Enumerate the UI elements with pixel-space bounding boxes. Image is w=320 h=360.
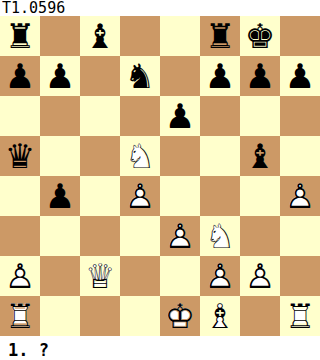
white-pawn-piece-fill: ♟ xyxy=(120,176,160,216)
square-g6[interactable] xyxy=(240,96,280,136)
black-pawn-piece: ♟ xyxy=(0,56,40,96)
square-d7[interactable]: ♞ xyxy=(120,56,160,96)
square-f2[interactable]: ♟♙ xyxy=(200,256,240,296)
black-pawn-piece: ♟ xyxy=(240,56,280,96)
square-a2[interactable]: ♟♙ xyxy=(0,256,40,296)
square-g2[interactable]: ♟♙ xyxy=(240,256,280,296)
white-king-piece: ♔ xyxy=(160,296,200,336)
square-h2[interactable] xyxy=(280,256,320,296)
square-g7[interactable]: ♟ xyxy=(240,56,280,96)
square-b2[interactable] xyxy=(40,256,80,296)
square-h4[interactable]: ♟♙ xyxy=(280,176,320,216)
square-h7[interactable]: ♟ xyxy=(280,56,320,96)
square-d8[interactable] xyxy=(120,16,160,56)
white-knight-piece: ♘ xyxy=(200,216,240,256)
white-pawn-piece: ♙ xyxy=(120,176,160,216)
black-king-piece: ♚ xyxy=(240,16,280,56)
black-knight-piece: ♞ xyxy=(120,56,160,96)
white-knight-piece-fill: ♞ xyxy=(120,136,160,176)
square-d3[interactable] xyxy=(120,216,160,256)
square-h3[interactable] xyxy=(280,216,320,256)
white-pawn-piece-fill: ♟ xyxy=(200,256,240,296)
black-rook-piece: ♜ xyxy=(200,16,240,56)
square-g5[interactable]: ♝ xyxy=(240,136,280,176)
square-d2[interactable] xyxy=(120,256,160,296)
black-pawn-piece: ♟ xyxy=(200,56,240,96)
white-pawn-piece: ♙ xyxy=(240,256,280,296)
square-g8[interactable]: ♚ xyxy=(240,16,280,56)
white-pawn-piece-fill: ♟ xyxy=(160,216,200,256)
position-id-label: T1.0596 xyxy=(0,0,320,16)
square-f6[interactable] xyxy=(200,96,240,136)
chess-puzzle-window: T1.0596 ♜♝♜♚♟♟♞♟♟♟♟♛♞♘♝♟♟♙♟♙♟♙♞♘♟♙♛♕♟♙♟♙… xyxy=(0,0,320,360)
square-d6[interactable] xyxy=(120,96,160,136)
white-rook-piece-fill: ♜ xyxy=(280,296,320,336)
white-bishop-piece: ♗ xyxy=(200,296,240,336)
square-c6[interactable] xyxy=(80,96,120,136)
black-pawn-piece: ♟ xyxy=(160,96,200,136)
white-pawn-piece-fill: ♟ xyxy=(240,256,280,296)
square-f8[interactable]: ♜ xyxy=(200,16,240,56)
square-b7[interactable]: ♟ xyxy=(40,56,80,96)
square-c7[interactable] xyxy=(80,56,120,96)
black-queen-piece: ♛ xyxy=(0,136,40,176)
square-b5[interactable] xyxy=(40,136,80,176)
square-d1[interactable] xyxy=(120,296,160,336)
square-b8[interactable] xyxy=(40,16,80,56)
square-h5[interactable] xyxy=(280,136,320,176)
square-e1[interactable]: ♚♔ xyxy=(160,296,200,336)
white-pawn-piece: ♙ xyxy=(200,256,240,296)
white-pawn-piece: ♙ xyxy=(0,256,40,296)
black-pawn-piece: ♟ xyxy=(40,176,80,216)
square-f4[interactable] xyxy=(200,176,240,216)
square-h6[interactable] xyxy=(280,96,320,136)
square-f7[interactable]: ♟ xyxy=(200,56,240,96)
square-a7[interactable]: ♟ xyxy=(0,56,40,96)
square-e4[interactable] xyxy=(160,176,200,216)
square-h8[interactable] xyxy=(280,16,320,56)
black-pawn-piece: ♟ xyxy=(40,56,80,96)
white-rook-piece: ♖ xyxy=(280,296,320,336)
square-a1[interactable]: ♜♖ xyxy=(0,296,40,336)
square-f3[interactable]: ♞♘ xyxy=(200,216,240,256)
square-e7[interactable] xyxy=(160,56,200,96)
square-b4[interactable]: ♟ xyxy=(40,176,80,216)
white-pawn-piece: ♙ xyxy=(160,216,200,256)
square-d5[interactable]: ♞♘ xyxy=(120,136,160,176)
black-pawn-piece: ♟ xyxy=(280,56,320,96)
white-pawn-piece: ♙ xyxy=(280,176,320,216)
square-b3[interactable] xyxy=(40,216,80,256)
white-queen-piece-fill: ♛ xyxy=(80,256,120,296)
square-g4[interactable] xyxy=(240,176,280,216)
square-b1[interactable] xyxy=(40,296,80,336)
square-c4[interactable] xyxy=(80,176,120,216)
move-prompt: 1. ? xyxy=(0,336,320,360)
chess-board: ♜♝♜♚♟♟♞♟♟♟♟♛♞♘♝♟♟♙♟♙♟♙♞♘♟♙♛♕♟♙♟♙♜♖♚♔♝♗♜♖ xyxy=(0,16,320,336)
square-e5[interactable] xyxy=(160,136,200,176)
square-a3[interactable] xyxy=(0,216,40,256)
black-bishop-piece: ♝ xyxy=(80,16,120,56)
white-bishop-piece-fill: ♝ xyxy=(200,296,240,336)
square-d4[interactable]: ♟♙ xyxy=(120,176,160,216)
square-a6[interactable] xyxy=(0,96,40,136)
square-a5[interactable]: ♛ xyxy=(0,136,40,176)
white-rook-piece-fill: ♜ xyxy=(0,296,40,336)
square-a8[interactable]: ♜ xyxy=(0,16,40,56)
black-rook-piece: ♜ xyxy=(0,16,40,56)
black-bishop-piece: ♝ xyxy=(240,136,280,176)
square-e6[interactable]: ♟ xyxy=(160,96,200,136)
square-g3[interactable] xyxy=(240,216,280,256)
white-king-piece-fill: ♚ xyxy=(160,296,200,336)
square-e2[interactable] xyxy=(160,256,200,296)
square-f5[interactable] xyxy=(200,136,240,176)
square-a4[interactable] xyxy=(0,176,40,216)
white-pawn-piece-fill: ♟ xyxy=(0,256,40,296)
white-rook-piece: ♖ xyxy=(0,296,40,336)
square-e3[interactable]: ♟♙ xyxy=(160,216,200,256)
square-e8[interactable] xyxy=(160,16,200,56)
square-h1[interactable]: ♜♖ xyxy=(280,296,320,336)
white-knight-piece-fill: ♞ xyxy=(200,216,240,256)
square-c2[interactable]: ♛♕ xyxy=(80,256,120,296)
square-b6[interactable] xyxy=(40,96,80,136)
square-c3[interactable] xyxy=(80,216,120,256)
square-g1[interactable] xyxy=(240,296,280,336)
square-c5[interactable] xyxy=(80,136,120,176)
square-c1[interactable] xyxy=(80,296,120,336)
white-queen-piece: ♕ xyxy=(80,256,120,296)
white-pawn-piece-fill: ♟ xyxy=(280,176,320,216)
white-knight-piece: ♘ xyxy=(120,136,160,176)
square-f1[interactable]: ♝♗ xyxy=(200,296,240,336)
square-c8[interactable]: ♝ xyxy=(80,16,120,56)
